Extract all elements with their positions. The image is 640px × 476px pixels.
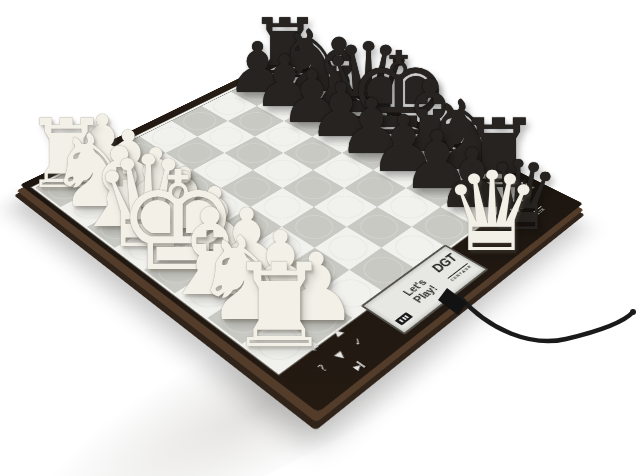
play-pause-button[interactable]: ▶‖ [352,361,366,371]
spare-piece-wQ[interactable]: ♛ [443,157,542,267]
cable-tip [630,309,636,315]
down-button[interactable]: ▼ [333,350,348,361]
scene: DGT CENTAUR Let's Play! DGT CENTAUR ↩ [0,0,640,476]
display-menu-badge [395,312,413,325]
piece-wR-h1[interactable]: ♜ [228,248,332,364]
